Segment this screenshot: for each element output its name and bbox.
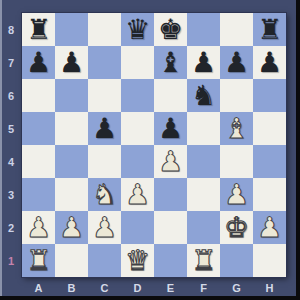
file-label-d: D xyxy=(121,280,154,296)
rank-labels: 87654321 xyxy=(0,13,22,277)
piece-black-king[interactable]: ♚ xyxy=(158,13,183,46)
square-h3[interactable] xyxy=(253,178,286,211)
piece-black-rook[interactable]: ♜ xyxy=(26,13,51,46)
square-e4[interactable]: ♟ xyxy=(154,145,187,178)
square-a3[interactable] xyxy=(22,178,55,211)
square-d7[interactable] xyxy=(121,46,154,79)
square-g6[interactable] xyxy=(220,79,253,112)
file-labels: ABCDEFGH xyxy=(22,280,286,296)
square-a6[interactable] xyxy=(22,79,55,112)
square-g5[interactable]: ♝ xyxy=(220,112,253,145)
frame-right-edge xyxy=(296,0,300,300)
file-label-h: H xyxy=(253,280,286,296)
file-label-c: C xyxy=(88,280,121,296)
square-c5[interactable]: ♟ xyxy=(88,112,121,145)
square-c2[interactable]: ♟ xyxy=(88,211,121,244)
square-f6[interactable]: ♞ xyxy=(187,79,220,112)
piece-white-king[interactable]: ♚ xyxy=(224,211,249,244)
square-d8[interactable]: ♛ xyxy=(121,13,154,46)
piece-white-pawn[interactable]: ♟ xyxy=(92,211,117,244)
square-g4[interactable] xyxy=(220,145,253,178)
square-b8[interactable] xyxy=(55,13,88,46)
square-g7[interactable]: ♟ xyxy=(220,46,253,79)
square-h7[interactable]: ♟ xyxy=(253,46,286,79)
square-e3[interactable] xyxy=(154,178,187,211)
rank-label-5: 5 xyxy=(0,112,22,145)
square-f7[interactable]: ♟ xyxy=(187,46,220,79)
square-b5[interactable] xyxy=(55,112,88,145)
rank-label-3: 3 xyxy=(0,178,22,211)
piece-white-pawn[interactable]: ♟ xyxy=(26,211,51,244)
square-e2[interactable] xyxy=(154,211,187,244)
piece-black-pawn[interactable]: ♟ xyxy=(191,46,216,79)
square-f8[interactable] xyxy=(187,13,220,46)
square-b6[interactable] xyxy=(55,79,88,112)
piece-white-queen[interactable]: ♛ xyxy=(125,244,150,277)
piece-white-pawn[interactable]: ♟ xyxy=(125,178,150,211)
piece-black-pawn[interactable]: ♟ xyxy=(26,46,51,79)
piece-black-pawn[interactable]: ♟ xyxy=(224,46,249,79)
square-a1[interactable]: ♜ xyxy=(22,244,55,277)
file-label-e: E xyxy=(154,280,187,296)
piece-white-pawn[interactable]: ♟ xyxy=(224,178,249,211)
square-g1[interactable] xyxy=(220,244,253,277)
square-c8[interactable] xyxy=(88,13,121,46)
square-c4[interactable] xyxy=(88,145,121,178)
file-label-a: A xyxy=(22,280,55,296)
piece-white-rook[interactable]: ♜ xyxy=(191,244,216,277)
square-a7[interactable]: ♟ xyxy=(22,46,55,79)
square-g3[interactable]: ♟ xyxy=(220,178,253,211)
piece-black-pawn[interactable]: ♟ xyxy=(59,46,84,79)
square-b1[interactable] xyxy=(55,244,88,277)
square-b3[interactable] xyxy=(55,178,88,211)
rank-label-1: 1 xyxy=(0,244,22,277)
square-c1[interactable] xyxy=(88,244,121,277)
piece-white-bishop[interactable]: ♝ xyxy=(224,112,249,145)
rank-label-7: 7 xyxy=(0,46,22,79)
square-b2[interactable]: ♟ xyxy=(55,211,88,244)
file-label-f: F xyxy=(187,280,220,296)
piece-black-bishop[interactable]: ♝ xyxy=(158,46,183,79)
piece-white-pawn[interactable]: ♟ xyxy=(158,145,183,178)
piece-black-pawn[interactable]: ♟ xyxy=(158,112,183,145)
piece-black-knight[interactable]: ♞ xyxy=(191,79,216,112)
rank-label-2: 2 xyxy=(0,211,22,244)
rank-label-4: 4 xyxy=(0,145,22,178)
square-a4[interactable] xyxy=(22,145,55,178)
square-e1[interactable] xyxy=(154,244,187,277)
square-e5[interactable]: ♟ xyxy=(154,112,187,145)
piece-black-pawn[interactable]: ♟ xyxy=(257,46,282,79)
piece-black-pawn[interactable]: ♟ xyxy=(92,112,117,145)
square-e8[interactable]: ♚ xyxy=(154,13,187,46)
square-b7[interactable]: ♟ xyxy=(55,46,88,79)
square-h5[interactable] xyxy=(253,112,286,145)
square-b4[interactable] xyxy=(55,145,88,178)
square-d2[interactable] xyxy=(121,211,154,244)
file-label-g: G xyxy=(220,280,253,296)
piece-white-pawn[interactable]: ♟ xyxy=(257,211,282,244)
piece-black-queen[interactable]: ♛ xyxy=(125,13,150,46)
square-f2[interactable] xyxy=(187,211,220,244)
square-g8[interactable] xyxy=(220,13,253,46)
piece-white-knight[interactable]: ♞ xyxy=(92,178,117,211)
square-h6[interactable] xyxy=(253,79,286,112)
piece-white-pawn[interactable]: ♟ xyxy=(59,211,84,244)
chess-diagram: 87654321 ♜♛♚♜♟♟♝♟♟♟♞♟♟♝♟♞♟♟♟♟♟♚♟♜♛♜ ABCD… xyxy=(0,0,300,300)
rank-label-6: 6 xyxy=(0,79,22,112)
square-c7[interactable] xyxy=(88,46,121,79)
square-c6[interactable] xyxy=(88,79,121,112)
square-c3[interactable]: ♞ xyxy=(88,178,121,211)
square-a2[interactable]: ♟ xyxy=(22,211,55,244)
square-h1[interactable] xyxy=(253,244,286,277)
piece-white-rook[interactable]: ♜ xyxy=(26,244,51,277)
square-d3[interactable]: ♟ xyxy=(121,178,154,211)
square-d4[interactable] xyxy=(121,145,154,178)
square-h8[interactable]: ♜ xyxy=(253,13,286,46)
square-f5[interactable] xyxy=(187,112,220,145)
chess-board: ♜♛♚♜♟♟♝♟♟♟♞♟♟♝♟♞♟♟♟♟♟♚♟♜♛♜ xyxy=(22,13,286,277)
square-d6[interactable] xyxy=(121,79,154,112)
square-h4[interactable] xyxy=(253,145,286,178)
rank-label-8: 8 xyxy=(0,13,22,46)
square-f1[interactable]: ♜ xyxy=(187,244,220,277)
square-g2[interactable]: ♚ xyxy=(220,211,253,244)
square-a5[interactable] xyxy=(22,112,55,145)
frame-bottom-edge xyxy=(0,296,300,300)
file-label-b: B xyxy=(55,280,88,296)
square-f4[interactable] xyxy=(187,145,220,178)
square-a8[interactable]: ♜ xyxy=(22,13,55,46)
square-f3[interactable] xyxy=(187,178,220,211)
square-e7[interactable]: ♝ xyxy=(154,46,187,79)
piece-black-rook[interactable]: ♜ xyxy=(257,13,282,46)
square-d1[interactable]: ♛ xyxy=(121,244,154,277)
square-h2[interactable]: ♟ xyxy=(253,211,286,244)
square-e6[interactable] xyxy=(154,79,187,112)
square-d5[interactable] xyxy=(121,112,154,145)
